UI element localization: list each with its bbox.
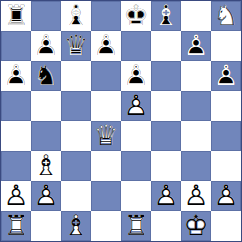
square-e8[interactable]: ♚♔ — [121, 1, 151, 31]
square-g7[interactable]: ♟♙ — [181, 31, 211, 61]
square-g1[interactable]: ♚♔ — [181, 211, 211, 241]
piece-black-pawn[interactable]: ♟♙ — [31, 31, 61, 61]
square-f8[interactable]: ♝♗ — [151, 1, 181, 31]
black-pawn-icon: ♙ — [211, 61, 241, 91]
square-g4[interactable] — [181, 121, 211, 151]
square-d8[interactable] — [91, 1, 121, 31]
square-d6[interactable] — [91, 61, 121, 91]
piece-white-bishop[interactable]: ♝♗ — [31, 151, 61, 181]
piece-black-king[interactable]: ♚♔ — [121, 1, 151, 31]
square-e5[interactable]: ♟♙ — [121, 91, 151, 121]
square-c4[interactable] — [61, 121, 91, 151]
square-a8[interactable]: ♜♖ — [1, 1, 31, 31]
square-c1[interactable]: ♝♗ — [61, 211, 91, 241]
black-rook-icon: ♖ — [1, 1, 31, 31]
square-a4[interactable] — [1, 121, 31, 151]
piece-black-knight[interactable]: ♞♘ — [31, 61, 61, 91]
piece-black-queen[interactable]: ♛♕ — [61, 31, 91, 61]
white-rook-icon: ♖ — [121, 211, 151, 241]
square-b6[interactable]: ♞♘ — [31, 61, 61, 91]
square-f4[interactable] — [151, 121, 181, 151]
square-a1[interactable]: ♜♖ — [1, 211, 31, 241]
square-c7[interactable]: ♛♕ — [61, 31, 91, 61]
square-a3[interactable] — [1, 151, 31, 181]
square-e1[interactable]: ♜♖ — [121, 211, 151, 241]
square-a7[interactable] — [1, 31, 31, 61]
square-d3[interactable] — [91, 151, 121, 181]
piece-black-pawn[interactable]: ♟♙ — [121, 61, 151, 91]
chess-board-wrapper: ♜♖♝♗♚♔♝♗♞♘♟♙♛♕♟♙♟♙♟♙♞♘♟♙♟♙♟♙♛♕♝♗♟♙♟♙♟♙♟♙… — [0, 0, 242, 242]
white-king-icon: ♔ — [181, 211, 211, 241]
square-d5[interactable] — [91, 91, 121, 121]
white-bishop-icon: ♗ — [31, 151, 61, 181]
piece-black-pawn[interactable]: ♟♙ — [181, 31, 211, 61]
piece-black-pawn[interactable]: ♟♙ — [211, 61, 241, 91]
black-king-icon: ♔ — [121, 1, 151, 31]
square-b2[interactable]: ♟♙ — [31, 181, 61, 211]
white-queen-icon: ♕ — [91, 121, 121, 151]
white-pawn-icon: ♙ — [211, 181, 241, 211]
square-c2[interactable] — [61, 181, 91, 211]
piece-white-rook[interactable]: ♜♖ — [1, 211, 31, 241]
square-a5[interactable] — [1, 91, 31, 121]
white-pawn-icon: ♙ — [181, 181, 211, 211]
square-e3[interactable] — [121, 151, 151, 181]
piece-white-pawn[interactable]: ♟♙ — [181, 181, 211, 211]
piece-white-pawn[interactable]: ♟♙ — [211, 181, 241, 211]
square-g5[interactable] — [181, 91, 211, 121]
piece-white-rook[interactable]: ♜♖ — [121, 211, 151, 241]
square-d1[interactable] — [91, 211, 121, 241]
square-h1[interactable] — [211, 211, 241, 241]
piece-white-pawn[interactable]: ♟♙ — [31, 181, 61, 211]
black-pawn-icon: ♙ — [121, 61, 151, 91]
square-e7[interactable] — [121, 31, 151, 61]
square-c8[interactable]: ♝♗ — [61, 1, 91, 31]
black-pawn-icon: ♙ — [1, 61, 31, 91]
square-h3[interactable] — [211, 151, 241, 181]
square-f2[interactable]: ♟♙ — [151, 181, 181, 211]
piece-black-pawn[interactable]: ♟♙ — [1, 61, 31, 91]
piece-white-pawn[interactable]: ♟♙ — [151, 181, 181, 211]
square-g3[interactable] — [181, 151, 211, 181]
square-d7[interactable]: ♟♙ — [91, 31, 121, 61]
black-bishop-icon: ♗ — [61, 1, 91, 31]
piece-white-king[interactable]: ♚♔ — [181, 211, 211, 241]
square-c5[interactable] — [61, 91, 91, 121]
square-g8[interactable] — [181, 1, 211, 31]
square-e2[interactable] — [121, 181, 151, 211]
piece-black-pawn[interactable]: ♟♙ — [91, 31, 121, 61]
white-rook-icon: ♖ — [1, 211, 31, 241]
piece-white-pawn[interactable]: ♟♙ — [1, 181, 31, 211]
square-f3[interactable] — [151, 151, 181, 181]
white-knight-icon: ♘ — [211, 1, 241, 31]
square-f1[interactable] — [151, 211, 181, 241]
square-c3[interactable] — [61, 151, 91, 181]
white-pawn-icon: ♙ — [151, 181, 181, 211]
square-h6[interactable]: ♟♙ — [211, 61, 241, 91]
square-b3[interactable]: ♝♗ — [31, 151, 61, 181]
square-a2[interactable]: ♟♙ — [1, 181, 31, 211]
square-f6[interactable] — [151, 61, 181, 91]
piece-white-knight[interactable]: ♞♘ — [211, 1, 241, 31]
piece-white-queen[interactable]: ♛♕ — [91, 121, 121, 151]
square-d2[interactable] — [91, 181, 121, 211]
piece-black-bishop[interactable]: ♝♗ — [151, 1, 181, 31]
square-b7[interactable]: ♟♙ — [31, 31, 61, 61]
white-pawn-icon: ♙ — [1, 181, 31, 211]
square-g6[interactable] — [181, 61, 211, 91]
black-queen-icon: ♕ — [61, 31, 91, 61]
square-h2[interactable]: ♟♙ — [211, 181, 241, 211]
square-h7[interactable] — [211, 31, 241, 61]
square-c6[interactable] — [61, 61, 91, 91]
square-b5[interactable] — [31, 91, 61, 121]
piece-black-bishop[interactable]: ♝♗ — [61, 1, 91, 31]
black-pawn-icon: ♙ — [181, 31, 211, 61]
black-bishop-icon: ♗ — [151, 1, 181, 31]
square-e4[interactable] — [121, 121, 151, 151]
square-f7[interactable] — [151, 31, 181, 61]
piece-white-bishop[interactable]: ♝♗ — [61, 211, 91, 241]
square-b1[interactable] — [31, 211, 61, 241]
chess-board: ♜♖♝♗♚♔♝♗♞♘♟♙♛♕♟♙♟♙♟♙♞♘♟♙♟♙♟♙♛♕♝♗♟♙♟♙♟♙♟♙… — [0, 0, 242, 242]
square-d4[interactable]: ♛♕ — [91, 121, 121, 151]
white-pawn-icon: ♙ — [31, 181, 61, 211]
piece-white-pawn[interactable]: ♟♙ — [121, 91, 151, 121]
black-pawn-icon: ♙ — [31, 31, 61, 61]
white-pawn-icon: ♙ — [121, 91, 151, 121]
white-bishop-icon: ♗ — [61, 211, 91, 241]
square-b8[interactable] — [31, 1, 61, 31]
square-h5[interactable] — [211, 91, 241, 121]
square-e6[interactable]: ♟♙ — [121, 61, 151, 91]
square-f5[interactable] — [151, 91, 181, 121]
square-b4[interactable] — [31, 121, 61, 151]
square-h4[interactable] — [211, 121, 241, 151]
piece-black-rook[interactable]: ♜♖ — [1, 1, 31, 31]
square-h8[interactable]: ♞♘ — [211, 1, 241, 31]
square-g2[interactable]: ♟♙ — [181, 181, 211, 211]
black-pawn-icon: ♙ — [91, 31, 121, 61]
square-a6[interactable]: ♟♙ — [1, 61, 31, 91]
black-knight-icon: ♘ — [31, 61, 61, 91]
